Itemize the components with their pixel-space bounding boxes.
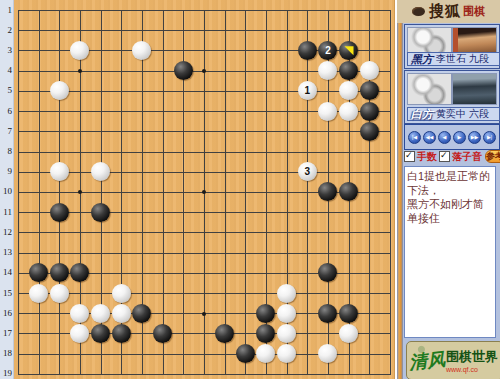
- black-side-label: 黑方: [411, 52, 433, 67]
- grid-line: [18, 253, 391, 254]
- row-label: 7: [0, 127, 12, 136]
- black-stone: [112, 324, 131, 343]
- grid-line: [18, 374, 391, 375]
- black-stone: 2: [318, 41, 337, 60]
- white-stone: [112, 304, 131, 323]
- black-stone: [318, 263, 337, 282]
- grid-line: [307, 10, 308, 375]
- grid-line: [390, 10, 391, 375]
- row-label: 8: [0, 147, 12, 156]
- black-stone: [50, 263, 69, 282]
- grid-line: [18, 212, 391, 213]
- white-stone: [50, 81, 69, 100]
- white-stone: [50, 162, 69, 181]
- row-label: 14: [0, 268, 12, 277]
- nav-button-arrow[interactable]: ▶: [453, 131, 466, 144]
- row-label: 18: [0, 349, 12, 358]
- black-stone: [215, 324, 234, 343]
- white-stone: [277, 324, 296, 343]
- site-title: 搜狐: [429, 2, 461, 21]
- site-banner: 搜狐 围棋: [397, 0, 500, 23]
- white-stone: [132, 41, 151, 60]
- black-stone: [298, 41, 317, 60]
- row-label: 9: [0, 167, 12, 176]
- white-stone: [339, 81, 358, 100]
- white-stone: [318, 61, 337, 80]
- row-label: 2: [0, 26, 12, 35]
- move-number-label: 1: [298, 81, 317, 100]
- options-row: 手数落子音 参考图: [404, 150, 498, 163]
- star-point: [202, 69, 206, 73]
- row-label: 3: [0, 46, 12, 55]
- row-label: 15: [0, 289, 12, 298]
- black-stone: [29, 263, 48, 282]
- row-label: 17: [0, 329, 12, 338]
- black-stone: [91, 324, 110, 343]
- row-label: 1: [0, 6, 12, 15]
- reference-diagram-button[interactable]: 参考图: [485, 150, 500, 163]
- nav-button-arrowarrow[interactable]: ▶▶: [468, 131, 481, 144]
- black-player-rank: 九段: [469, 52, 489, 66]
- white-stone: [91, 162, 110, 181]
- star-point: [78, 69, 82, 73]
- white-player-photo: [452, 73, 497, 105]
- white-stone: [318, 344, 337, 363]
- row-coordinates: 12345678910111213141516171819: [0, 0, 14, 379]
- black-stone: [50, 203, 69, 222]
- white-player-name: 黄奕中: [436, 107, 466, 121]
- grid-line: [18, 232, 391, 233]
- white-stone: [256, 344, 275, 363]
- white-stone: [70, 304, 89, 323]
- black-player-label: 黑方 李世石 九段: [407, 52, 500, 66]
- white-stone: [91, 304, 110, 323]
- black-stone: [339, 41, 358, 60]
- qingfeng-watermark: 清风 围棋世界 www.qf.co: [406, 341, 500, 379]
- row-label: 11: [0, 208, 12, 217]
- white-player-label: 白方 黄奕中 六段: [407, 107, 500, 121]
- go-broadcast-window: 12345678910111213141516171819 213 搜狐 围棋 …: [0, 0, 500, 379]
- black-stone: [360, 102, 379, 121]
- white-stone: [112, 284, 131, 303]
- watermark-brand: 清风: [408, 347, 446, 375]
- black-stone: [153, 324, 172, 343]
- option-label: 落子音: [452, 150, 482, 164]
- grid-line: [18, 293, 391, 294]
- black-stone: [70, 263, 89, 282]
- row-label: 13: [0, 248, 12, 257]
- sohu-logo-icon: [412, 7, 425, 16]
- commentary-line-2: 黑方不如刚才简单接住: [407, 197, 494, 225]
- black-player-panel: 黑方 李世石 九段: [404, 24, 500, 69]
- white-stone: [50, 284, 69, 303]
- sidebar-edge-strip: [397, 0, 403, 379]
- watermark-right: 围棋世界 www.qf.co: [446, 348, 498, 373]
- white-stone: [339, 102, 358, 121]
- black-player-photo: [452, 27, 497, 55]
- black-stone: [132, 304, 151, 323]
- black-stone: [318, 182, 337, 201]
- black-stone: [339, 182, 358, 201]
- black-stone: [91, 203, 110, 222]
- white-stone: [70, 324, 89, 343]
- white-player-panel: 白方 黄奕中 六段: [404, 70, 500, 124]
- star-point: [78, 190, 82, 194]
- move-number-label: 3: [298, 162, 317, 181]
- black-stone: [256, 324, 275, 343]
- white-stones-photo: [407, 73, 452, 105]
- go-board: 12345678910111213141516171819 213: [0, 0, 395, 379]
- grid-line: [245, 10, 246, 375]
- sidebar: 搜狐 围棋 黑方 李世石 九段 白方 黄奕中 六段 |◀◀◀◀▶▶▶▶| 手数落…: [397, 0, 500, 379]
- triangle-marker-icon: [343, 45, 354, 56]
- white-stone: [277, 304, 296, 323]
- row-label: 6: [0, 107, 12, 116]
- black-stone: [339, 61, 358, 80]
- black-player-name: 李世石: [436, 52, 466, 66]
- checkbox[interactable]: [404, 151, 415, 162]
- white-stone: [277, 284, 296, 303]
- watermark-url: www.qf.co: [446, 366, 498, 373]
- option-label: 手数: [417, 150, 437, 164]
- row-label: 16: [0, 309, 12, 318]
- nav-button-arrowarrow[interactable]: ◀◀: [423, 131, 436, 144]
- black-stone: [174, 61, 193, 80]
- white-stone: [339, 324, 358, 343]
- black-stone: [236, 344, 255, 363]
- white-stone: [277, 344, 296, 363]
- nav-button-arrowarrow[interactable]: |◀: [408, 131, 421, 144]
- row-label: 12: [0, 228, 12, 237]
- black-stone: [360, 81, 379, 100]
- white-player-rank: 六段: [469, 107, 489, 121]
- checkbox[interactable]: [439, 151, 450, 162]
- row-label: 4: [0, 66, 12, 75]
- white-stone: 3: [298, 162, 317, 181]
- white-side-label: 白方: [411, 107, 433, 122]
- black-stone: [360, 122, 379, 141]
- black-stone: [318, 304, 337, 323]
- white-stone: 1: [298, 81, 317, 100]
- row-label: 5: [0, 86, 12, 95]
- white-stone: [70, 41, 89, 60]
- row-label: 19: [0, 369, 12, 378]
- row-label: 10: [0, 187, 12, 196]
- commentary-line-1: 白1提也是正常的下法，: [407, 169, 494, 197]
- star-point: [202, 312, 206, 316]
- site-subtitle: 围棋: [463, 4, 485, 19]
- black-stone: [339, 304, 358, 323]
- move-number-label: 2: [318, 41, 337, 60]
- white-stone: [29, 284, 48, 303]
- white-stone: [360, 61, 379, 80]
- white-stone: [318, 102, 337, 121]
- nav-button-arrowarrow[interactable]: ▶|: [483, 131, 496, 144]
- star-point: [202, 190, 206, 194]
- option-items: 手数落子音: [404, 150, 482, 164]
- watermark-text: 围棋世界: [446, 348, 498, 366]
- move-nav-panel: |◀◀◀◀▶▶▶▶|: [404, 124, 500, 150]
- black-stone: [256, 304, 275, 323]
- nav-button-arrow[interactable]: ◀: [438, 131, 451, 144]
- grid-line: [225, 10, 226, 375]
- commentary-box: 白1提也是正常的下法， 黑方不如刚才简单接住: [404, 166, 496, 338]
